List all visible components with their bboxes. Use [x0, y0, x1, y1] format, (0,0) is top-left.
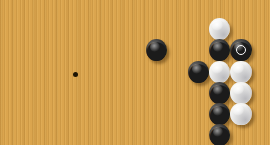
- board-intersection[interactable]: [128, 105, 149, 126]
- board-intersection[interactable]: [149, 127, 170, 145]
- white-stone: ●: [230, 103, 251, 125]
- last-move-marker: [236, 45, 246, 55]
- black-stone: ●: [209, 124, 230, 145]
- black-stone: ●: [209, 103, 230, 125]
- board-intersection[interactable]: [1, 127, 22, 145]
- board-intersection[interactable]: [86, 127, 107, 145]
- board-intersection[interactable]: [233, 0, 254, 21]
- board-intersection[interactable]: [44, 105, 65, 126]
- board-intersection[interactable]: [65, 21, 86, 42]
- board-intersection[interactable]: [128, 21, 149, 42]
- white-stone: ●: [230, 61, 251, 83]
- white-stone: ●: [209, 18, 230, 40]
- board-intersection[interactable]: [1, 84, 22, 105]
- board-intersection[interactable]: [23, 63, 44, 84]
- board-intersection[interactable]: ●: [149, 42, 170, 63]
- board-intersection[interactable]: [191, 0, 212, 21]
- board-intersection[interactable]: [1, 63, 22, 84]
- board-intersection[interactable]: [233, 127, 254, 145]
- board-intersection[interactable]: [255, 84, 270, 105]
- board-intersection[interactable]: [65, 105, 86, 126]
- board-intersection[interactable]: [44, 84, 65, 105]
- board-intersection[interactable]: [107, 105, 128, 126]
- board-intersection[interactable]: [86, 63, 107, 84]
- white-stone: ●: [230, 82, 251, 104]
- board-intersection[interactable]: [170, 0, 191, 21]
- board-intersection[interactable]: [65, 42, 86, 63]
- board-intersection[interactable]: ●: [233, 105, 254, 126]
- board-intersection[interactable]: ●: [212, 21, 233, 42]
- board-intersection[interactable]: [65, 0, 86, 21]
- board-intersection[interactable]: [86, 105, 107, 126]
- board-intersection[interactable]: [23, 42, 44, 63]
- board-intersection[interactable]: [255, 21, 270, 42]
- board-intersection[interactable]: [107, 21, 128, 42]
- board-intersection[interactable]: [255, 63, 270, 84]
- black-stone: ●: [209, 39, 230, 61]
- board-intersection[interactable]: [44, 0, 65, 21]
- board-intersection[interactable]: [107, 42, 128, 63]
- board-intersection[interactable]: [107, 127, 128, 145]
- board-intersection[interactable]: [86, 21, 107, 42]
- board-intersection[interactable]: [128, 0, 149, 21]
- board-intersection[interactable]: [86, 0, 107, 21]
- board-intersection[interactable]: [149, 0, 170, 21]
- board-intersection[interactable]: [128, 127, 149, 145]
- intersections-layer: ●●●●●●●●●●●●: [1, 0, 270, 145]
- board-intersection[interactable]: [255, 127, 270, 145]
- board-intersection[interactable]: [23, 0, 44, 21]
- board-intersection[interactable]: [44, 63, 65, 84]
- board-intersection[interactable]: [170, 127, 191, 145]
- board-intersection[interactable]: [170, 105, 191, 126]
- board-intersection[interactable]: [23, 84, 44, 105]
- board-intersection[interactable]: ●: [233, 63, 254, 84]
- board-intersection[interactable]: [107, 84, 128, 105]
- board-intersection[interactable]: [170, 42, 191, 63]
- board-intersection[interactable]: ●: [233, 84, 254, 105]
- black-stone: ●: [146, 39, 167, 61]
- board-intersection[interactable]: ●: [212, 127, 233, 145]
- board-intersection[interactable]: [255, 105, 270, 126]
- board-intersection[interactable]: [65, 127, 86, 145]
- board-intersection[interactable]: [107, 63, 128, 84]
- board-intersection[interactable]: [65, 84, 86, 105]
- board-intersection[interactable]: [149, 84, 170, 105]
- board-intersection[interactable]: [128, 63, 149, 84]
- board-intersection[interactable]: ●: [233, 42, 254, 63]
- board-intersection[interactable]: [23, 127, 44, 145]
- board-intersection[interactable]: [107, 0, 128, 21]
- black-stone: ●: [188, 61, 209, 83]
- go-board: ●●●●●●●●●●●●: [0, 0, 270, 145]
- board-intersection[interactable]: [1, 42, 22, 63]
- board-intersection[interactable]: [1, 105, 22, 126]
- board-intersection[interactable]: [212, 0, 233, 21]
- black-stone: ●: [209, 82, 230, 104]
- board-intersection[interactable]: [23, 105, 44, 126]
- board-intersection[interactable]: [86, 84, 107, 105]
- board-intersection[interactable]: [149, 63, 170, 84]
- board-intersection[interactable]: [255, 42, 270, 63]
- board-intersection[interactable]: [44, 42, 65, 63]
- board-intersection[interactable]: [170, 84, 191, 105]
- board-intersection[interactable]: [65, 63, 86, 84]
- board-intersection[interactable]: [44, 21, 65, 42]
- board-intersection[interactable]: [255, 0, 270, 21]
- board-intersection[interactable]: [128, 84, 149, 105]
- board-intersection[interactable]: [1, 0, 22, 21]
- board-intersection[interactable]: [44, 127, 65, 145]
- board-intersection[interactable]: [149, 105, 170, 126]
- board-intersection[interactable]: [23, 21, 44, 42]
- black-stone: ●: [230, 39, 251, 61]
- board-intersection[interactable]: [170, 21, 191, 42]
- board-intersection[interactable]: [1, 21, 22, 42]
- white-stone: ●: [209, 61, 230, 83]
- board-intersection[interactable]: [233, 21, 254, 42]
- board-intersection[interactable]: [86, 42, 107, 63]
- board-intersection[interactable]: [149, 21, 170, 42]
